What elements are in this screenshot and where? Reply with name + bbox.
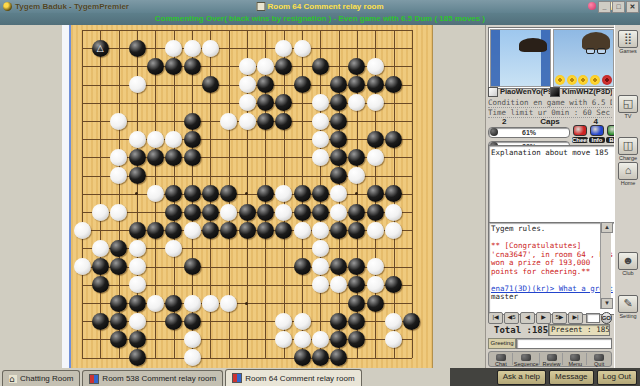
white-stone	[385, 204, 402, 221]
photo-banner-left	[491, 30, 500, 86]
black-stone	[385, 131, 402, 148]
nav--button[interactable]: ▶|	[568, 312, 583, 324]
black-stone	[129, 349, 146, 366]
white-stone	[367, 149, 384, 166]
white-stone	[294, 40, 311, 57]
tab-room-64-comment-relay-room[interactable]: Room 64 Comment relay room	[225, 369, 361, 386]
black-stone	[385, 276, 402, 293]
toolbar-home-button[interactable]: ⌂ Home	[616, 162, 640, 186]
player-names-row: PiaoWenYo(P9 KimWHZ(P3D)	[488, 86, 612, 97]
minimize-button[interactable]: _	[598, 1, 611, 13]
black-stone	[348, 276, 365, 293]
chat-button[interactable]: Chat	[490, 353, 513, 365]
black-stone	[348, 313, 365, 330]
condition-row: Condition en game with 6.5 D	[488, 98, 612, 108]
black-stone	[348, 204, 365, 221]
white-stone	[165, 131, 182, 148]
black-stone	[92, 258, 109, 275]
black-stone	[110, 313, 127, 330]
black-stone	[129, 40, 146, 57]
black-stone	[202, 185, 219, 202]
black-stone	[165, 58, 182, 75]
toolbar-games-button[interactable]: ⣿ Games	[616, 30, 640, 54]
white-stone	[367, 58, 384, 75]
chat-scroll-up-icon[interactable]: ▲	[601, 222, 613, 233]
greeting-label: Greeting	[488, 338, 516, 349]
white-stone	[257, 58, 274, 75]
black-stone	[312, 349, 329, 366]
black-stone	[385, 76, 402, 93]
white-stone	[129, 276, 146, 293]
black-stone	[147, 149, 164, 166]
black-stone	[184, 131, 201, 148]
review-button[interactable]: Review	[541, 353, 564, 365]
white-stone	[385, 222, 402, 239]
black-stone	[330, 222, 347, 239]
black-stone	[312, 58, 329, 75]
black-player-name[interactable]: KimWHZ(P3D)	[550, 86, 612, 97]
black-stone	[202, 204, 219, 221]
black-stone	[92, 313, 109, 330]
black-stone	[165, 185, 182, 202]
white-stone	[275, 331, 292, 348]
white-stone	[220, 295, 237, 312]
move-navigation-row: |◀◀5◀▶5▶▶|GO	[488, 312, 612, 323]
club-icon: ☻	[618, 252, 638, 270]
log-out-button[interactable]: Log Out	[597, 370, 637, 385]
black-stone	[275, 94, 292, 111]
white-stone	[184, 349, 201, 366]
black-stone	[330, 258, 347, 275]
black-stone	[275, 58, 292, 75]
nav--button[interactable]: ◀	[520, 312, 535, 324]
black-stone	[312, 185, 329, 202]
black-stone	[294, 204, 311, 221]
white-stone	[147, 131, 164, 148]
photo-banner-right	[541, 30, 550, 86]
black-stone	[184, 58, 201, 75]
black-stone	[403, 313, 420, 330]
room-icon	[256, 2, 265, 11]
black-stone	[330, 331, 347, 348]
black-stone	[220, 185, 237, 202]
black-stone	[165, 222, 182, 239]
white-stone	[312, 258, 329, 275]
black-stone	[202, 76, 219, 93]
chat-line: points for cheering.**	[491, 268, 613, 277]
black-stone	[330, 149, 347, 166]
black-stone	[294, 76, 311, 93]
black-stone	[330, 76, 347, 93]
black-stone	[257, 204, 274, 221]
white-stone	[367, 258, 384, 275]
white-stone	[220, 113, 237, 130]
footer-bar: Ask a helpMessageLog Out	[450, 368, 640, 386]
ask-a-help-button[interactable]: Ask a help	[497, 370, 546, 385]
toolbar-tv-button[interactable]: ◱ TV	[616, 95, 640, 119]
white-stone	[275, 204, 292, 221]
white-stone	[202, 295, 219, 312]
sequence-button[interactable]: Sequence	[514, 353, 540, 365]
tab-room-538-comment-relay-room[interactable]: Room 538 Comment relay room	[82, 370, 223, 386]
black-stone	[385, 185, 402, 202]
black-stone	[129, 295, 146, 312]
white-stone	[385, 331, 402, 348]
white-stone	[330, 204, 347, 221]
quit-icon	[594, 354, 604, 361]
black-stone	[257, 185, 274, 202]
move-number-input[interactable]	[586, 313, 600, 323]
nav--button[interactable]: |◀	[488, 312, 503, 324]
black-stone	[330, 113, 347, 130]
room-tabs-bar: Chatting Room Room 538 Comment relay roo…	[0, 368, 452, 386]
toolbar-setting-button[interactable]: ✎ Setting	[616, 295, 640, 319]
black-stone	[110, 240, 127, 257]
black-stone	[202, 222, 219, 239]
white-stone	[239, 94, 256, 111]
white-player-name[interactable]: PiaoWenYo(P9	[488, 86, 550, 97]
black-stone	[367, 185, 384, 202]
black-stone	[165, 149, 182, 166]
white-captures-count: 2	[502, 117, 506, 126]
black-stone	[367, 131, 384, 148]
white-stone	[147, 185, 164, 202]
black-stone	[257, 76, 274, 93]
black-stone	[294, 258, 311, 275]
white-stone	[129, 240, 146, 257]
black-stone	[184, 313, 201, 330]
sequence-icon	[521, 354, 531, 361]
black-stone	[257, 113, 274, 130]
white-stone	[184, 331, 201, 348]
black-stone	[184, 204, 201, 221]
side-toolbar: ⣿ Games◱ TV◫ Charge⌂ Home☻ Club✎ Setting	[614, 25, 640, 368]
white-stone	[294, 222, 311, 239]
total-moves-label: Total :185	[494, 325, 548, 335]
games-icon: ⣿	[618, 30, 638, 48]
black-stone	[239, 204, 256, 221]
black-stone	[257, 94, 274, 111]
chat-scroll-down-icon[interactable]: ▼	[601, 298, 613, 309]
white-stone	[312, 94, 329, 111]
tab-chatting-room[interactable]: Chatting Room	[2, 370, 80, 386]
white-stone	[312, 222, 329, 239]
room-title: Room 64 Comment relay room	[256, 2, 383, 11]
room-grid-icon	[89, 374, 99, 384]
black-stone	[92, 276, 109, 293]
app-icon	[3, 2, 12, 11]
white-stone	[312, 331, 329, 348]
white-stone	[165, 240, 182, 257]
white-stone	[110, 149, 127, 166]
white-stone	[202, 40, 219, 57]
black-stone	[129, 167, 146, 184]
game-info-panel: PiaoWenYo(P9 KimWHZ(P3D) Condition en ga…	[485, 25, 615, 368]
black-stone	[147, 222, 164, 239]
quit-button[interactable]: Quit	[588, 353, 610, 365]
black-stone	[275, 113, 292, 130]
white-stone	[312, 149, 329, 166]
black-stone	[348, 295, 365, 312]
maximize-button[interactable]: □	[612, 1, 625, 13]
white-stone	[129, 76, 146, 93]
review-icon	[547, 354, 557, 361]
greeting-row: Greeting	[488, 338, 612, 349]
white-stone	[184, 222, 201, 239]
black-stone	[110, 258, 127, 275]
black-stone	[330, 313, 347, 330]
white-stone	[312, 131, 329, 148]
white-stone	[74, 258, 91, 275]
black-stone	[348, 149, 365, 166]
room-title-text: Room 64 Comment relay room	[267, 2, 383, 11]
white-stone	[330, 276, 347, 293]
white-stone	[110, 113, 127, 130]
tray-ball-pink-icon[interactable]	[588, 2, 596, 10]
captures-label: Caps	[540, 117, 560, 126]
black-stone	[330, 167, 347, 184]
black-stone	[367, 76, 384, 93]
black-stone	[330, 349, 347, 366]
app-title: Tygem Baduk - TygemPremier	[15, 2, 129, 11]
white-stone	[92, 240, 109, 257]
white-stone	[184, 295, 201, 312]
black-stone	[184, 258, 201, 275]
nav-5-button[interactable]: 5▶	[552, 312, 567, 324]
black-stone	[184, 185, 201, 202]
white-stone	[239, 58, 256, 75]
white-stone	[385, 313, 402, 330]
black-stone	[294, 349, 311, 366]
chat-line: master	[491, 293, 613, 302]
white-stone	[312, 276, 329, 293]
white-stone	[348, 94, 365, 111]
white-stone	[294, 313, 311, 330]
black-stone	[294, 185, 311, 202]
player-photos	[488, 27, 616, 89]
game-status-text: Commenting Over( black wins by resignati…	[155, 14, 485, 23]
menu-icon	[570, 354, 580, 361]
last-move-marker-icon: △	[97, 44, 104, 53]
black-stone	[348, 258, 365, 275]
black-stone	[165, 313, 182, 330]
white-stone	[312, 240, 329, 257]
white-stone	[275, 313, 292, 330]
black-stone	[239, 222, 256, 239]
move-explanation-box[interactable]: Explanation about move 185	[488, 145, 616, 226]
black-stone	[348, 58, 365, 75]
go-board[interactable]: △	[71, 25, 433, 368]
black-stone	[257, 222, 274, 239]
board-grid-line	[412, 30, 413, 358]
white-stone	[129, 131, 146, 148]
white-stone	[367, 222, 384, 239]
black-stone	[348, 331, 365, 348]
info-button[interactable]: Info	[589, 125, 605, 143]
white-stone	[239, 113, 256, 130]
play-area: △	[0, 25, 485, 368]
flower-decorations	[554, 74, 613, 86]
white-stone	[74, 222, 91, 239]
white-stone	[147, 295, 164, 312]
nav-5-button[interactable]: ◀5	[504, 312, 519, 324]
present-move-box: Present : 185	[548, 324, 610, 336]
white-stone	[220, 204, 237, 221]
black-stone	[220, 222, 237, 239]
white-stone	[367, 94, 384, 111]
black-stone: △	[92, 40, 109, 57]
black-stone	[147, 58, 164, 75]
black-player-photo	[553, 29, 614, 87]
chat-icon	[496, 354, 506, 361]
panel-button-bar: Chat Sequence Review Menu Quit	[488, 351, 612, 367]
black-stone	[312, 204, 329, 221]
cheer-icon	[573, 125, 587, 136]
cheer-bar-white[interactable]: 61%	[488, 127, 570, 138]
white-stone	[110, 204, 127, 221]
black-stone	[275, 222, 292, 239]
black-stone	[165, 204, 182, 221]
toolbar-charge-button[interactable]: ◫ Charge	[616, 137, 640, 161]
title-bar: Tygem Baduk - TygemPremier Room 64 Comme…	[0, 0, 640, 13]
white-stone	[330, 185, 347, 202]
white-stone	[294, 331, 311, 348]
menu-button[interactable]: Menu	[564, 353, 587, 365]
chat-line: Tygem rules.	[491, 225, 613, 234]
black-stone	[367, 204, 384, 221]
white-stone	[348, 167, 365, 184]
nav--button[interactable]: ▶	[536, 312, 551, 324]
white-stone-icon	[488, 87, 498, 97]
black-stone	[348, 76, 365, 93]
white-stone	[275, 40, 292, 57]
toolbar-club-button[interactable]: ☻ Club	[616, 252, 640, 276]
white-stone	[110, 167, 127, 184]
black-stone-icon	[550, 87, 560, 97]
game-status-line: Commenting Over( black wins by resignati…	[0, 13, 640, 25]
black-stone	[367, 295, 384, 312]
black-stone	[165, 295, 182, 312]
move-explanation-text: Explanation about move 185	[491, 148, 608, 157]
black-stone	[129, 331, 146, 348]
white-stone	[367, 276, 384, 293]
chat-scrollbar[interactable]: ▲ ▼	[600, 222, 611, 309]
charge-icon: ◫	[618, 137, 638, 155]
black-stone	[184, 149, 201, 166]
black-stone	[129, 222, 146, 239]
white-stone	[239, 76, 256, 93]
room-grid-icon	[232, 373, 242, 383]
white-stone	[275, 185, 292, 202]
cheer-percent: 61%	[489, 128, 569, 137]
white-stone	[129, 313, 146, 330]
black-stone	[129, 149, 146, 166]
board-edge-splitter[interactable]	[62, 25, 71, 368]
message-button[interactable]: Message	[549, 370, 593, 385]
info-icon	[590, 125, 604, 136]
white-stone	[129, 258, 146, 275]
black-stone	[110, 295, 127, 312]
greeting-input[interactable]	[516, 338, 612, 349]
white-stone	[312, 113, 329, 130]
window-controls: _ □ ✕	[598, 1, 639, 13]
go-button[interactable]: GO	[601, 312, 612, 324]
black-stone	[110, 331, 127, 348]
white-player-photo	[490, 29, 551, 87]
totals-row: Total :185 Present : 185	[488, 324, 612, 336]
black-stone	[330, 94, 347, 111]
white-stone	[165, 40, 182, 57]
home-icon	[9, 375, 17, 383]
black-stone	[184, 113, 201, 130]
white-stone	[92, 204, 109, 221]
setting-icon: ✎	[618, 295, 638, 313]
black-stone	[330, 131, 347, 148]
home-icon: ⌂	[618, 162, 638, 180]
white-stone	[184, 40, 201, 57]
tygem-client-window: Tygem Baduk - TygemPremier Room 64 Comme…	[0, 0, 640, 386]
black-stone	[348, 222, 365, 239]
cheer-button[interactable]: Cheer	[572, 125, 588, 143]
close-button[interactable]: ✕	[626, 1, 639, 13]
tv-icon: ◱	[618, 95, 638, 113]
